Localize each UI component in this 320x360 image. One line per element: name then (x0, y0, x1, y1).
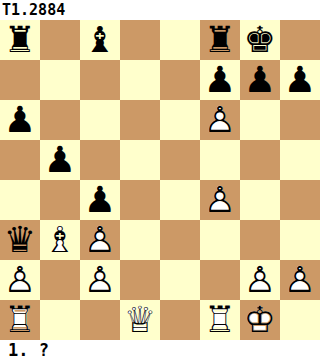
black-pawn-glyph: ♟ (0, 100, 40, 140)
piece-white-pawn: ♟♙ (280, 260, 320, 300)
square-h5[interactable] (280, 140, 320, 180)
square-e5[interactable] (160, 140, 200, 180)
piece-white-rook: ♜♖ (0, 300, 40, 340)
square-h1[interactable] (280, 300, 320, 340)
square-d3[interactable] (120, 220, 160, 260)
square-b7[interactable] (40, 60, 80, 100)
square-b1[interactable] (40, 300, 80, 340)
black-pawn-glyph: ♟ (200, 60, 240, 100)
black-pawn-glyph: ♟ (40, 140, 80, 180)
white-pawn-outline: ♙ (280, 260, 320, 300)
square-f4[interactable]: ♟♙ (200, 180, 240, 220)
piece-black-pawn: ♟ (200, 60, 240, 100)
square-b6[interactable] (40, 100, 80, 140)
piece-white-pawn: ♟♙ (80, 260, 120, 300)
square-a8[interactable]: ♜ (0, 20, 40, 60)
square-e2[interactable] (160, 260, 200, 300)
piece-white-pawn: ♟♙ (0, 260, 40, 300)
puzzle-id: T1.2884 (0, 0, 320, 20)
move-prompt: 1. ? (0, 340, 320, 360)
square-h7[interactable]: ♟ (280, 60, 320, 100)
square-g6[interactable] (240, 100, 280, 140)
square-f3[interactable] (200, 220, 240, 260)
square-a1[interactable]: ♜♖ (0, 300, 40, 340)
square-g7[interactable]: ♟ (240, 60, 280, 100)
black-pawn-glyph: ♟ (240, 60, 280, 100)
piece-white-pawn: ♟♙ (240, 260, 280, 300)
black-rook-glyph: ♜ (200, 20, 240, 60)
square-c6[interactable] (80, 100, 120, 140)
piece-white-pawn: ♟♙ (200, 100, 240, 140)
square-f7[interactable]: ♟ (200, 60, 240, 100)
piece-white-rook: ♜♖ (200, 300, 240, 340)
square-d8[interactable] (120, 20, 160, 60)
piece-white-pawn: ♟♙ (200, 180, 240, 220)
white-pawn-outline: ♙ (200, 100, 240, 140)
square-f2[interactable] (200, 260, 240, 300)
chess-board: ♜♝♜♚♟♟♟♟♟♙♟♟♟♙♛♝♗♟♙♟♙♟♙♟♙♟♙♜♖♛♕♜♖♚♔ (0, 20, 320, 340)
square-e4[interactable] (160, 180, 200, 220)
piece-black-king: ♚ (240, 20, 280, 60)
square-c2[interactable]: ♟♙ (80, 260, 120, 300)
square-a3[interactable]: ♛ (0, 220, 40, 260)
square-c5[interactable] (80, 140, 120, 180)
piece-black-queen: ♛ (0, 220, 40, 260)
square-a2[interactable]: ♟♙ (0, 260, 40, 300)
black-pawn-glyph: ♟ (80, 180, 120, 220)
square-g1[interactable]: ♚♔ (240, 300, 280, 340)
square-f8[interactable]: ♜ (200, 20, 240, 60)
piece-white-queen: ♛♕ (120, 300, 160, 340)
white-pawn-outline: ♙ (80, 260, 120, 300)
white-pawn-outline: ♙ (200, 180, 240, 220)
piece-black-pawn: ♟ (80, 180, 120, 220)
square-g2[interactable]: ♟♙ (240, 260, 280, 300)
square-b5[interactable]: ♟ (40, 140, 80, 180)
black-pawn-glyph: ♟ (280, 60, 320, 100)
square-d5[interactable] (120, 140, 160, 180)
square-d4[interactable] (120, 180, 160, 220)
white-king-outline: ♔ (240, 300, 280, 340)
white-pawn-outline: ♙ (80, 220, 120, 260)
square-e7[interactable] (160, 60, 200, 100)
piece-white-king: ♚♔ (240, 300, 280, 340)
square-h3[interactable] (280, 220, 320, 260)
piece-black-pawn: ♟ (0, 100, 40, 140)
chess-puzzle-window: T1.2884 ♜♝♜♚♟♟♟♟♟♙♟♟♟♙♛♝♗♟♙♟♙♟♙♟♙♟♙♜♖♛♕♜… (0, 0, 320, 360)
piece-black-pawn: ♟ (240, 60, 280, 100)
black-queen-glyph: ♛ (0, 220, 40, 260)
piece-black-rook: ♜ (0, 20, 40, 60)
square-a7[interactable] (0, 60, 40, 100)
piece-white-bishop: ♝♗ (40, 220, 80, 260)
piece-black-rook: ♜ (200, 20, 240, 60)
piece-black-pawn: ♟ (280, 60, 320, 100)
square-g8[interactable]: ♚ (240, 20, 280, 60)
square-h2[interactable]: ♟♙ (280, 260, 320, 300)
square-h8[interactable] (280, 20, 320, 60)
square-g3[interactable] (240, 220, 280, 260)
square-b8[interactable] (40, 20, 80, 60)
black-rook-glyph: ♜ (0, 20, 40, 60)
square-d6[interactable] (120, 100, 160, 140)
square-a4[interactable] (0, 180, 40, 220)
square-c8[interactable]: ♝ (80, 20, 120, 60)
square-g4[interactable] (240, 180, 280, 220)
square-b2[interactable] (40, 260, 80, 300)
black-bishop-glyph: ♝ (80, 20, 120, 60)
square-c7[interactable] (80, 60, 120, 100)
square-d1[interactable]: ♛♕ (120, 300, 160, 340)
square-c4[interactable]: ♟ (80, 180, 120, 220)
white-rook-outline: ♖ (0, 300, 40, 340)
square-h4[interactable] (280, 180, 320, 220)
black-king-glyph: ♚ (240, 20, 280, 60)
square-b4[interactable] (40, 180, 80, 220)
square-e1[interactable] (160, 300, 200, 340)
square-f5[interactable] (200, 140, 240, 180)
square-e8[interactable] (160, 20, 200, 60)
square-d7[interactable] (120, 60, 160, 100)
square-f1[interactable]: ♜♖ (200, 300, 240, 340)
piece-black-pawn: ♟ (40, 140, 80, 180)
white-rook-outline: ♖ (200, 300, 240, 340)
square-c1[interactable] (80, 300, 120, 340)
square-b3[interactable]: ♝♗ (40, 220, 80, 260)
square-f6[interactable]: ♟♙ (200, 100, 240, 140)
square-c3[interactable]: ♟♙ (80, 220, 120, 260)
square-d2[interactable] (120, 260, 160, 300)
square-h6[interactable] (280, 100, 320, 140)
square-a6[interactable]: ♟ (0, 100, 40, 140)
square-g5[interactable] (240, 140, 280, 180)
square-e6[interactable] (160, 100, 200, 140)
white-pawn-outline: ♙ (0, 260, 40, 300)
white-queen-outline: ♕ (120, 300, 160, 340)
white-pawn-outline: ♙ (240, 260, 280, 300)
square-a5[interactable] (0, 140, 40, 180)
white-bishop-outline: ♗ (40, 220, 80, 260)
piece-white-pawn: ♟♙ (80, 220, 120, 260)
square-e3[interactable] (160, 220, 200, 260)
piece-black-bishop: ♝ (80, 20, 120, 60)
